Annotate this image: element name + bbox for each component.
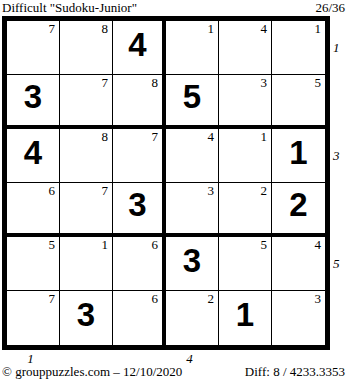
corner-mark: 8 bbox=[102, 129, 109, 144]
corner-mark: 8 bbox=[152, 75, 159, 90]
cell-r6c3[interactable]: 6 bbox=[113, 291, 166, 345]
cell-r2c3[interactable]: 8 bbox=[113, 75, 166, 129]
cell-r5c1[interactable]: 5 bbox=[7, 237, 60, 291]
corner-mark: 1 bbox=[208, 21, 215, 36]
cell-r2c2[interactable]: 7 bbox=[60, 75, 113, 129]
corner-mark: 3 bbox=[208, 183, 215, 198]
corner-mark: 7 bbox=[49, 21, 56, 36]
corner-mark: 1 bbox=[315, 21, 322, 36]
cell-r6c1[interactable]: 7 bbox=[7, 291, 60, 345]
cell-r1c4[interactable]: 1 bbox=[166, 21, 219, 75]
corner-mark: 6 bbox=[152, 237, 159, 252]
corner-mark: 5 bbox=[49, 237, 56, 252]
cell-r5c2[interactable]: 1 bbox=[60, 237, 113, 291]
given-digit: 1 bbox=[272, 129, 325, 182]
corner-mark: 5 bbox=[261, 237, 268, 252]
cell-r5c5[interactable]: 5 bbox=[219, 237, 272, 291]
cell-r2c5[interactable]: 3 bbox=[219, 75, 272, 129]
corner-mark: 7 bbox=[102, 183, 109, 198]
given-digit: 3 bbox=[166, 237, 218, 290]
cell-r4c1[interactable]: 6 bbox=[7, 183, 60, 237]
cell-r5c3[interactable]: 6 bbox=[113, 237, 166, 291]
given-digit: 5 bbox=[166, 75, 218, 125]
given-digit: 3 bbox=[113, 183, 162, 233]
given-digit: 3 bbox=[60, 291, 112, 345]
corner-mark: 8 bbox=[102, 21, 109, 36]
corner-mark: 1 bbox=[102, 237, 109, 252]
cell-r4c3[interactable]: 3 bbox=[113, 183, 166, 237]
corner-mark: 3 bbox=[261, 75, 268, 90]
given-digit: 4 bbox=[113, 21, 162, 74]
cell-r4c2[interactable]: 7 bbox=[60, 183, 113, 237]
cell-r3c2[interactable]: 8 bbox=[60, 129, 113, 183]
corner-mark: 4 bbox=[315, 237, 322, 252]
puzzle-title: Difficult "Sudoku-Junior" bbox=[2, 0, 137, 16]
cell-r2c4[interactable]: 5 bbox=[166, 75, 219, 129]
corner-mark: 5 bbox=[315, 75, 322, 90]
given-digit: 1 bbox=[219, 291, 271, 345]
empty-cell-counter: 26/36 bbox=[315, 0, 345, 16]
cell-r5c6[interactable]: 4 bbox=[272, 237, 325, 291]
given-digit: 3 bbox=[7, 75, 59, 125]
cell-r1c2[interactable]: 8 bbox=[60, 21, 113, 75]
cell-r3c6[interactable]: 1 bbox=[272, 129, 325, 183]
copyright-text: © grouppuzzles.com – 12/10/2020 bbox=[2, 364, 182, 380]
cell-r4c6[interactable]: 2 bbox=[272, 183, 325, 237]
cell-r6c4[interactable]: 2 bbox=[166, 291, 219, 345]
cell-r3c1[interactable]: 4 bbox=[7, 129, 60, 183]
corner-mark: 4 bbox=[261, 21, 268, 36]
corner-mark: 6 bbox=[152, 291, 159, 306]
col-label-4: 4 bbox=[186, 352, 193, 366]
corner-mark: 6 bbox=[49, 183, 56, 198]
given-digit: 2 bbox=[272, 183, 325, 233]
cell-r3c5[interactable]: 1 bbox=[219, 129, 272, 183]
cell-r6c6[interactable]: 3 bbox=[272, 291, 325, 345]
corner-mark: 7 bbox=[152, 129, 159, 144]
corner-mark: 7 bbox=[102, 75, 109, 90]
corner-mark: 3 bbox=[315, 291, 322, 306]
corner-mark: 2 bbox=[208, 291, 215, 306]
cell-r2c6[interactable]: 5 bbox=[272, 75, 325, 129]
cell-r5c4[interactable]: 3 bbox=[166, 237, 219, 291]
corner-mark: 4 bbox=[208, 129, 215, 144]
cell-r3c4[interactable]: 4 bbox=[166, 129, 219, 183]
board: 784141378535487411673322516354736213 bbox=[2, 16, 330, 350]
given-digit: 4 bbox=[7, 129, 59, 182]
cell-r1c1[interactable]: 7 bbox=[7, 21, 60, 75]
cell-r4c5[interactable]: 2 bbox=[219, 183, 272, 237]
corner-mark: 2 bbox=[261, 183, 268, 198]
cell-r6c5[interactable]: 1 bbox=[219, 291, 272, 345]
cell-r2c1[interactable]: 3 bbox=[7, 75, 60, 129]
row-label-5: 5 bbox=[333, 257, 340, 271]
row-label-1: 1 bbox=[333, 41, 340, 55]
cell-r1c5[interactable]: 4 bbox=[219, 21, 272, 75]
cell-r3c3[interactable]: 7 bbox=[113, 129, 166, 183]
corner-mark: 1 bbox=[261, 129, 268, 144]
cell-r6c2[interactable]: 3 bbox=[60, 291, 113, 345]
cell-r4c4[interactable]: 3 bbox=[166, 183, 219, 237]
cell-r1c3[interactable]: 4 bbox=[113, 21, 166, 75]
cell-r1c6[interactable]: 1 bbox=[272, 21, 325, 75]
puzzle-page: Difficult "Sudoku-Junior" 26/36 78414137… bbox=[0, 0, 347, 381]
col-label-1: 1 bbox=[27, 352, 34, 366]
corner-mark: 7 bbox=[49, 291, 56, 306]
row-label-3: 3 bbox=[333, 149, 340, 163]
difficulty-text: Diff: 8 / 4233.3353 bbox=[245, 364, 345, 380]
